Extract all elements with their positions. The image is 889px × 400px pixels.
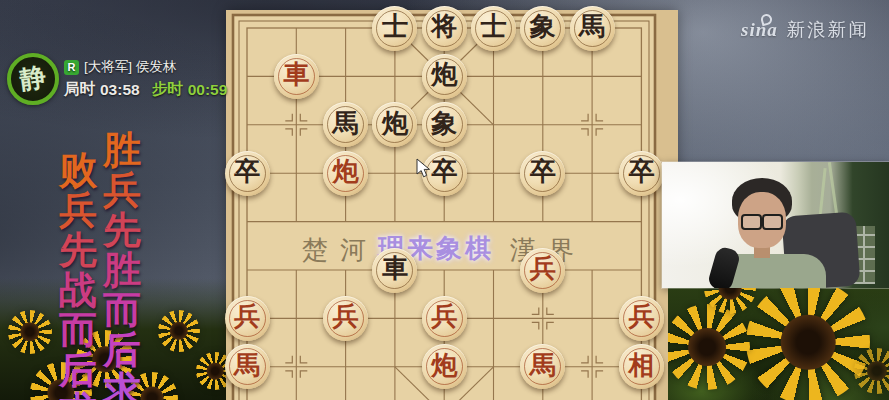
piece-red-soldier[interactable]: 兵	[323, 296, 368, 341]
piece-red-chariot[interactable]: 車	[274, 54, 319, 99]
piece-black-chariot[interactable]: 車	[372, 248, 417, 293]
piece-red-soldier[interactable]: 兵	[520, 248, 565, 293]
sunflower-panel	[668, 288, 889, 400]
glasses	[741, 214, 783, 227]
mouse-cursor	[416, 158, 431, 179]
caption-char: 求	[56, 390, 100, 400]
piece-black-general[interactable]: 将	[422, 6, 467, 51]
sunflower	[158, 310, 200, 352]
caption-char: 先	[100, 210, 144, 250]
xiangqi-board[interactable]: 楚河 理来象棋 漢界 士将士象馬車炮馬炮象卒炮卒卒卒車兵兵兵兵兵馬炮馬相	[226, 10, 678, 400]
caption-char: 后	[100, 330, 144, 370]
caption-char: 兵	[100, 170, 144, 210]
piece-black-cannon[interactable]: 炮	[422, 54, 467, 99]
sina-site-name: 新浪新闻	[787, 17, 869, 42]
move-time-value: 00:59	[188, 81, 228, 99]
river-label-left: 楚河	[302, 238, 378, 264]
caption-char: 而	[100, 290, 144, 330]
caption-char: 胜	[100, 250, 144, 290]
club-tag: [大将军]	[84, 58, 132, 76]
piece-black-elephant[interactable]: 象	[520, 6, 565, 51]
sina-watermark: sina 新浪新闻	[741, 17, 869, 42]
player-info-box: 静 R [大将军] 侯发林 局时 03:58 步时 00:59	[7, 53, 227, 105]
caption-char: 求	[100, 370, 144, 400]
caption-char: 后	[56, 350, 100, 390]
sina-logo: sina	[741, 20, 778, 39]
sunflower	[854, 348, 889, 394]
piece-black-advisor[interactable]: 士	[471, 6, 516, 51]
channel-logo-glyph: 静	[18, 64, 47, 93]
piece-red-elephant[interactable]: 相	[619, 344, 664, 389]
caption-char: 败	[56, 150, 100, 190]
record-badge: R	[64, 60, 79, 75]
piece-black-soldier[interactable]: 卒	[520, 151, 565, 196]
caption-char: 胜	[100, 130, 144, 170]
piece-black-soldier[interactable]: 卒	[619, 151, 664, 196]
piece-red-cannon[interactable]: 炮	[323, 151, 368, 196]
piece-red-soldier[interactable]: 兵	[225, 296, 270, 341]
piece-red-soldier[interactable]: 兵	[619, 296, 664, 341]
sunflower	[668, 304, 750, 390]
piece-red-cannon[interactable]: 炮	[422, 344, 467, 389]
sunflower	[746, 288, 870, 400]
game-time-value: 03:58	[100, 81, 140, 99]
piece-red-soldier[interactable]: 兵	[422, 296, 467, 341]
piece-black-horse[interactable]: 馬	[570, 6, 615, 51]
caption-column-left: 败兵先战而后求	[56, 150, 100, 400]
piece-black-advisor[interactable]: 士	[372, 6, 417, 51]
piece-red-horse[interactable]: 馬	[225, 344, 270, 389]
sunflower	[8, 310, 52, 354]
caption-char: 而	[56, 310, 100, 350]
channel-logo: 静	[7, 53, 59, 105]
caption-char: 兵	[56, 190, 100, 230]
caption-char: 先	[56, 230, 100, 270]
piece-black-elephant[interactable]: 象	[422, 102, 467, 147]
game-time-label: 局时	[64, 79, 95, 100]
caption-char: 战	[56, 270, 100, 310]
piece-black-soldier[interactable]: 卒	[225, 151, 270, 196]
webcam-video	[662, 162, 889, 288]
caption-column-right: 胜兵先胜而后求	[100, 130, 144, 400]
stream-frame: 楚河 理来象棋 漢界 士将士象馬車炮馬炮象卒炮卒卒卒車兵兵兵兵兵馬炮馬相 胜兵先…	[0, 0, 889, 400]
move-time-label: 步时	[152, 79, 183, 100]
player-name: 侯发林	[136, 58, 177, 76]
